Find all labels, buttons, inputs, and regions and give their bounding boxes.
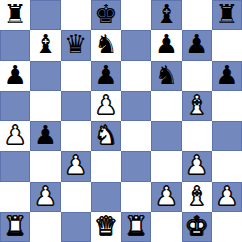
square-a6[interactable]: ♟ bbox=[0, 61, 30, 91]
square-c1[interactable] bbox=[61, 212, 91, 242]
square-c3[interactable]: ♟ bbox=[61, 151, 91, 181]
square-b8[interactable] bbox=[30, 0, 60, 30]
black-rook-icon: ♜ bbox=[3, 1, 26, 27]
square-d7[interactable]: ♞ bbox=[91, 30, 121, 60]
square-e6[interactable] bbox=[121, 61, 151, 91]
square-h4[interactable] bbox=[212, 121, 242, 151]
square-g4[interactable] bbox=[182, 121, 212, 151]
square-g2[interactable]: ♝ bbox=[182, 182, 212, 212]
square-g6[interactable] bbox=[182, 61, 212, 91]
white-knight-icon: ♞ bbox=[94, 122, 117, 148]
square-f2[interactable]: ♟ bbox=[151, 182, 181, 212]
square-e5[interactable] bbox=[121, 91, 151, 121]
square-g5[interactable]: ♝ bbox=[182, 91, 212, 121]
square-b2[interactable]: ♟ bbox=[30, 182, 60, 212]
square-b3[interactable] bbox=[30, 151, 60, 181]
square-h3[interactable] bbox=[212, 151, 242, 181]
square-g7[interactable]: ♟ bbox=[182, 30, 212, 60]
black-pawn-icon: ♟ bbox=[3, 62, 26, 88]
square-g1[interactable]: ♚ bbox=[182, 212, 212, 242]
square-a5[interactable] bbox=[0, 91, 30, 121]
square-f3[interactable] bbox=[151, 151, 181, 181]
white-queen-icon: ♛ bbox=[94, 213, 117, 239]
square-d1[interactable]: ♛ bbox=[91, 212, 121, 242]
white-bishop-icon: ♝ bbox=[185, 183, 208, 209]
square-a3[interactable] bbox=[0, 151, 30, 181]
white-bishop-icon: ♝ bbox=[185, 92, 208, 118]
square-h5[interactable] bbox=[212, 91, 242, 121]
white-rook-icon: ♜ bbox=[124, 213, 147, 239]
black-bishop-icon: ♝ bbox=[155, 1, 178, 27]
square-a8[interactable]: ♜ bbox=[0, 0, 30, 30]
square-h8[interactable]: ♜ bbox=[212, 0, 242, 30]
black-rook-icon: ♜ bbox=[215, 1, 238, 27]
square-e7[interactable] bbox=[121, 30, 151, 60]
black-king-icon: ♚ bbox=[94, 1, 117, 27]
square-d6[interactable]: ♟ bbox=[91, 61, 121, 91]
square-a2[interactable] bbox=[0, 182, 30, 212]
square-f5[interactable] bbox=[151, 91, 181, 121]
square-e8[interactable] bbox=[121, 0, 151, 30]
white-rook-icon: ♜ bbox=[3, 213, 26, 239]
square-b5[interactable] bbox=[30, 91, 60, 121]
white-pawn-icon: ♟ bbox=[94, 92, 117, 118]
white-pawn-icon: ♟ bbox=[64, 152, 87, 178]
square-h2[interactable]: ♟ bbox=[212, 182, 242, 212]
square-d2[interactable] bbox=[91, 182, 121, 212]
white-pawn-icon: ♟ bbox=[155, 183, 178, 209]
square-c5[interactable] bbox=[61, 91, 91, 121]
square-c8[interactable] bbox=[61, 0, 91, 30]
square-e1[interactable]: ♜ bbox=[121, 212, 151, 242]
square-c2[interactable] bbox=[61, 182, 91, 212]
square-f6[interactable]: ♞ bbox=[151, 61, 181, 91]
square-a7[interactable] bbox=[0, 30, 30, 60]
square-h7[interactable] bbox=[212, 30, 242, 60]
square-c7[interactable]: ♛ bbox=[61, 30, 91, 60]
black-knight-icon: ♞ bbox=[94, 31, 117, 57]
square-f7[interactable]: ♟ bbox=[151, 30, 181, 60]
square-d5[interactable]: ♟ bbox=[91, 91, 121, 121]
square-c4[interactable] bbox=[61, 121, 91, 151]
black-knight-icon: ♞ bbox=[155, 62, 178, 88]
square-e4[interactable] bbox=[121, 121, 151, 151]
white-pawn-icon: ♟ bbox=[3, 122, 26, 148]
black-pawn-icon: ♟ bbox=[215, 62, 238, 88]
white-king-icon: ♚ bbox=[185, 213, 208, 239]
square-f1[interactable] bbox=[151, 212, 181, 242]
chess-board: ♜♚♝♜♝♛♞♟♟♟♟♞♟♟♝♟♟♞♟♟♟♟♝♟♜♛♜♚ bbox=[0, 0, 242, 242]
white-pawn-icon: ♟ bbox=[215, 183, 238, 209]
square-f4[interactable] bbox=[151, 121, 181, 151]
black-pawn-icon: ♟ bbox=[34, 122, 57, 148]
square-b4[interactable]: ♟ bbox=[30, 121, 60, 151]
square-b6[interactable] bbox=[30, 61, 60, 91]
white-pawn-icon: ♟ bbox=[185, 152, 208, 178]
square-d3[interactable] bbox=[91, 151, 121, 181]
white-pawn-icon: ♟ bbox=[34, 183, 57, 209]
square-b1[interactable] bbox=[30, 212, 60, 242]
black-pawn-icon: ♟ bbox=[185, 31, 208, 57]
square-a4[interactable]: ♟ bbox=[0, 121, 30, 151]
square-g8[interactable] bbox=[182, 0, 212, 30]
black-pawn-icon: ♟ bbox=[94, 62, 117, 88]
black-queen-icon: ♛ bbox=[64, 31, 87, 57]
square-e2[interactable] bbox=[121, 182, 151, 212]
black-bishop-icon: ♝ bbox=[34, 31, 57, 57]
square-a1[interactable]: ♜ bbox=[0, 212, 30, 242]
square-d8[interactable]: ♚ bbox=[91, 0, 121, 30]
square-b7[interactable]: ♝ bbox=[30, 30, 60, 60]
square-d4[interactable]: ♞ bbox=[91, 121, 121, 151]
square-e3[interactable] bbox=[121, 151, 151, 181]
square-h6[interactable]: ♟ bbox=[212, 61, 242, 91]
square-h1[interactable] bbox=[212, 212, 242, 242]
square-f8[interactable]: ♝ bbox=[151, 0, 181, 30]
square-g3[interactable]: ♟ bbox=[182, 151, 212, 181]
black-pawn-icon: ♟ bbox=[155, 31, 178, 57]
square-c6[interactable] bbox=[61, 61, 91, 91]
